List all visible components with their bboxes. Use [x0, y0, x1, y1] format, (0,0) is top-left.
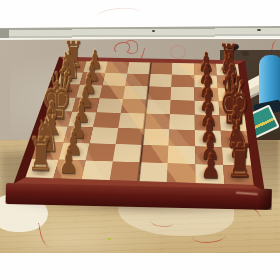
bottom-white-bar — [0, 253, 280, 280]
chess-set-photo: ♜♟♟♜♞♟♟♞♝♟♟♝♛♟♟♛♚♟♟♚♝♟♟♝♞♟♟♞♜♟♟♜ — [0, 0, 280, 280]
chess-piece-black-R: ♜ — [225, 139, 253, 184]
chess-board: ♜♟♟♜♞♟♟♞♝♟♟♝♛♟♟♛♚♟♟♚♝♟♟♝♞♟♟♞♜♟♟♜ — [14, 57, 265, 193]
square — [110, 161, 140, 181]
square — [113, 144, 142, 162]
square — [123, 86, 148, 100]
square: ♟ — [53, 160, 85, 180]
square — [125, 74, 149, 87]
window-ledge-end — [0, 29, 9, 38]
square — [118, 113, 145, 129]
square — [169, 114, 195, 130]
square — [96, 98, 123, 113]
square — [168, 146, 196, 164]
square: ♜ — [223, 165, 254, 185]
square: ♜ — [26, 159, 59, 178]
square — [140, 145, 168, 163]
chess-piece-black-P: ♟ — [200, 150, 221, 182]
chess-piece-white-R: ♜ — [26, 133, 54, 177]
square — [102, 73, 127, 86]
square — [145, 100, 170, 115]
square — [148, 74, 172, 87]
square — [142, 129, 169, 146]
square — [99, 85, 125, 99]
square — [172, 63, 194, 75]
square — [171, 87, 195, 101]
square — [138, 162, 168, 182]
square — [147, 86, 171, 100]
square — [144, 114, 170, 130]
square — [93, 112, 121, 128]
square — [171, 75, 194, 88]
square — [149, 62, 172, 74]
square — [167, 163, 196, 183]
chess-board-scene: ♜♟♟♜♞♟♟♞♝♟♟♝♛♟♟♛♚♟♟♚♝♟♟♝♞♟♟♞♜♟♟♜ — [11, 0, 268, 191]
chess-piece-white-P: ♟ — [58, 146, 78, 178]
square — [86, 143, 116, 161]
square — [170, 100, 195, 115]
square — [127, 62, 150, 74]
square — [121, 99, 147, 114]
square — [168, 129, 195, 146]
square: ♟ — [195, 164, 224, 184]
square — [105, 62, 129, 74]
desk-speck — [108, 238, 111, 240]
square — [81, 161, 112, 181]
square — [89, 127, 118, 144]
square — [116, 128, 144, 145]
